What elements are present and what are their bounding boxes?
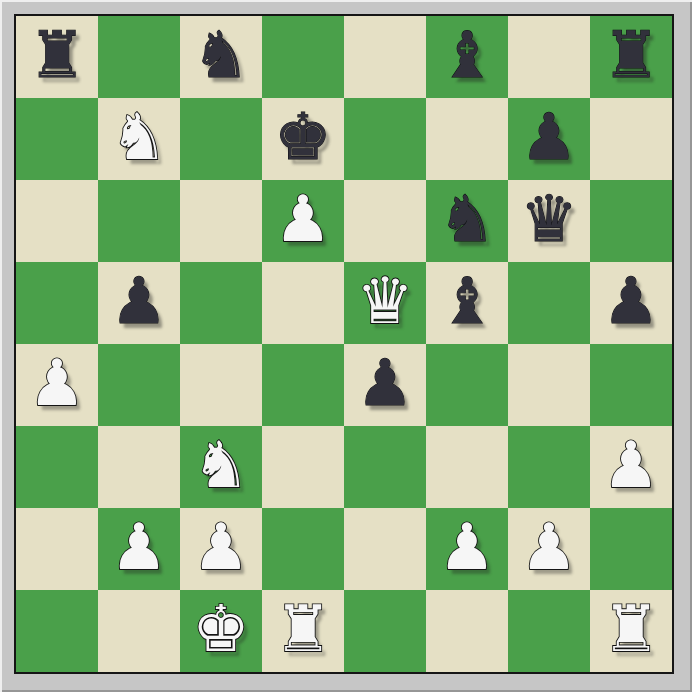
- square-f4[interactable]: [426, 344, 508, 426]
- square-e5[interactable]: ♛: [344, 262, 426, 344]
- piece-black-knight[interactable]: ♞: [192, 23, 249, 87]
- square-h5[interactable]: ♟: [590, 262, 672, 344]
- piece-black-bishop[interactable]: ♝: [438, 23, 495, 87]
- piece-black-rook[interactable]: ♜: [28, 23, 85, 87]
- piece-black-pawn[interactable]: ♟: [602, 269, 659, 333]
- square-a1[interactable]: [16, 590, 98, 672]
- piece-white-pawn[interactable]: ♟: [602, 433, 659, 497]
- piece-black-queen[interactable]: ♛: [520, 187, 577, 251]
- square-c1[interactable]: ♚: [180, 590, 262, 672]
- square-c3[interactable]: ♞: [180, 426, 262, 508]
- square-d1[interactable]: ♜: [262, 590, 344, 672]
- piece-white-pawn[interactable]: ♟: [192, 515, 249, 579]
- square-e3[interactable]: [344, 426, 426, 508]
- square-e6[interactable]: [344, 180, 426, 262]
- square-a4[interactable]: ♟: [16, 344, 98, 426]
- square-a6[interactable]: [16, 180, 98, 262]
- square-b6[interactable]: [98, 180, 180, 262]
- square-e1[interactable]: [344, 590, 426, 672]
- square-g5[interactable]: [508, 262, 590, 344]
- square-e4[interactable]: ♟: [344, 344, 426, 426]
- square-c8[interactable]: ♞: [180, 16, 262, 98]
- square-a7[interactable]: [16, 98, 98, 180]
- square-d4[interactable]: [262, 344, 344, 426]
- square-f1[interactable]: [426, 590, 508, 672]
- square-d2[interactable]: [262, 508, 344, 590]
- chess-board: ♜♞♝♜♞♚♟♟♞♛♟♛♝♟♟♟♞♟♟♟♟♟♚♜♜: [14, 14, 674, 674]
- square-e7[interactable]: [344, 98, 426, 180]
- square-g6[interactable]: ♛: [508, 180, 590, 262]
- square-h7[interactable]: [590, 98, 672, 180]
- piece-white-pawn[interactable]: ♟: [520, 515, 577, 579]
- piece-white-pawn[interactable]: ♟: [438, 515, 495, 579]
- square-f7[interactable]: [426, 98, 508, 180]
- piece-black-pawn[interactable]: ♟: [110, 269, 167, 333]
- board-frame: ♜♞♝♜♞♚♟♟♞♛♟♛♝♟♟♟♞♟♟♟♟♟♚♜♜: [0, 0, 692, 692]
- square-f2[interactable]: ♟: [426, 508, 508, 590]
- piece-white-pawn[interactable]: ♟: [28, 351, 85, 415]
- piece-white-queen[interactable]: ♛: [356, 269, 413, 333]
- piece-white-knight[interactable]: ♞: [192, 433, 249, 497]
- piece-black-pawn[interactable]: ♟: [356, 351, 413, 415]
- piece-black-king[interactable]: ♚: [274, 105, 331, 169]
- square-d6[interactable]: ♟: [262, 180, 344, 262]
- square-c6[interactable]: [180, 180, 262, 262]
- square-h4[interactable]: [590, 344, 672, 426]
- square-e2[interactable]: [344, 508, 426, 590]
- square-b4[interactable]: [98, 344, 180, 426]
- square-h6[interactable]: [590, 180, 672, 262]
- square-b2[interactable]: ♟: [98, 508, 180, 590]
- piece-black-pawn[interactable]: ♟: [520, 105, 577, 169]
- square-b7[interactable]: ♞: [98, 98, 180, 180]
- square-f3[interactable]: [426, 426, 508, 508]
- square-h8[interactable]: ♜: [590, 16, 672, 98]
- square-a8[interactable]: ♜: [16, 16, 98, 98]
- square-g8[interactable]: [508, 16, 590, 98]
- square-a2[interactable]: [16, 508, 98, 590]
- square-h2[interactable]: [590, 508, 672, 590]
- square-g1[interactable]: [508, 590, 590, 672]
- square-g4[interactable]: [508, 344, 590, 426]
- piece-black-knight[interactable]: ♞: [438, 187, 495, 251]
- square-d8[interactable]: [262, 16, 344, 98]
- square-b8[interactable]: [98, 16, 180, 98]
- square-a3[interactable]: [16, 426, 98, 508]
- square-g7[interactable]: ♟: [508, 98, 590, 180]
- piece-white-rook[interactable]: ♜: [274, 597, 331, 661]
- square-b3[interactable]: [98, 426, 180, 508]
- square-b1[interactable]: [98, 590, 180, 672]
- square-h1[interactable]: ♜: [590, 590, 672, 672]
- piece-white-knight[interactable]: ♞: [110, 105, 167, 169]
- square-f8[interactable]: ♝: [426, 16, 508, 98]
- square-f5[interactable]: ♝: [426, 262, 508, 344]
- square-g3[interactable]: [508, 426, 590, 508]
- piece-white-pawn[interactable]: ♟: [274, 187, 331, 251]
- square-c4[interactable]: [180, 344, 262, 426]
- square-g2[interactable]: ♟: [508, 508, 590, 590]
- square-h3[interactable]: ♟: [590, 426, 672, 508]
- square-d5[interactable]: [262, 262, 344, 344]
- square-e8[interactable]: [344, 16, 426, 98]
- square-b5[interactable]: ♟: [98, 262, 180, 344]
- square-a5[interactable]: [16, 262, 98, 344]
- square-f6[interactable]: ♞: [426, 180, 508, 262]
- square-c7[interactable]: [180, 98, 262, 180]
- piece-white-king[interactable]: ♚: [192, 597, 249, 661]
- square-d3[interactable]: [262, 426, 344, 508]
- piece-black-rook[interactable]: ♜: [602, 23, 659, 87]
- square-c5[interactable]: [180, 262, 262, 344]
- piece-black-bishop[interactable]: ♝: [438, 269, 495, 333]
- piece-white-pawn[interactable]: ♟: [110, 515, 167, 579]
- piece-white-rook[interactable]: ♜: [602, 597, 659, 661]
- square-c2[interactable]: ♟: [180, 508, 262, 590]
- square-d7[interactable]: ♚: [262, 98, 344, 180]
